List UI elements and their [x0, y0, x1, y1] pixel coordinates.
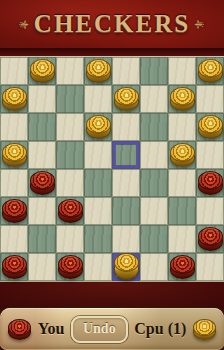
gold-piece[interactable]	[2, 143, 27, 167]
status-toolbar: You Undo Cpu (1)	[0, 308, 224, 350]
app-title: CHECKERS	[30, 10, 194, 38]
square-r7c2[interactable]	[56, 253, 84, 281]
square-r5c3	[84, 197, 112, 225]
square-r0c2	[56, 57, 84, 85]
board-lower-margin	[0, 282, 224, 308]
gold-king-piece[interactable]	[114, 253, 139, 280]
square-r2c2	[56, 113, 84, 141]
red-piece[interactable]	[170, 255, 195, 279]
red-piece[interactable]	[2, 255, 27, 279]
square-r6c7[interactable]	[196, 225, 224, 253]
gold-piece-face	[86, 115, 111, 134]
gold-piece[interactable]	[114, 87, 139, 111]
header-divider	[0, 48, 224, 56]
gold-checker-face	[193, 319, 216, 336]
player-label: You	[38, 320, 65, 338]
fleur-ornament-left-icon: ⚜	[17, 18, 32, 30]
gold-piece[interactable]	[198, 115, 223, 139]
fleur-ornament-right-icon: ⚜	[192, 18, 207, 30]
square-r7c1	[28, 253, 56, 281]
red-piece[interactable]	[198, 171, 223, 195]
square-r5c6[interactable]	[168, 197, 196, 225]
square-r7c3	[84, 253, 112, 281]
square-r0c7[interactable]	[196, 57, 224, 85]
red-piece[interactable]	[198, 227, 223, 251]
square-r3c1	[28, 141, 56, 169]
square-r6c6	[168, 225, 196, 253]
square-r1c0[interactable]	[0, 85, 28, 113]
gold-piece[interactable]	[170, 87, 195, 111]
square-r6c5[interactable]	[140, 225, 168, 253]
square-r1c2[interactable]	[56, 85, 84, 113]
red-piece[interactable]	[2, 199, 27, 223]
square-r3c3	[84, 141, 112, 169]
gold-piece[interactable]	[2, 87, 27, 111]
square-r7c4[interactable]	[112, 253, 140, 281]
red-piece[interactable]	[58, 199, 83, 223]
gold-piece-face	[30, 59, 55, 78]
red-checker-icon	[8, 319, 31, 340]
gold-piece[interactable]	[30, 59, 55, 83]
square-r4c6	[168, 169, 196, 197]
square-r4c5[interactable]	[140, 169, 168, 197]
square-r7c7	[196, 253, 224, 281]
square-r2c0	[0, 113, 28, 141]
gold-piece[interactable]	[86, 115, 111, 139]
gold-piece[interactable]	[170, 143, 195, 167]
app-window: ⚜ CHECKERS ⚜ You Undo Cpu (1)	[0, 0, 224, 350]
square-r1c4[interactable]	[112, 85, 140, 113]
square-r1c7	[196, 85, 224, 113]
gold-piece-face	[198, 115, 223, 134]
square-r1c1	[28, 85, 56, 113]
red-piece-face	[58, 199, 83, 218]
gold-piece-face	[114, 253, 139, 272]
square-r2c3[interactable]	[84, 113, 112, 141]
red-checker-face	[8, 319, 31, 336]
square-r1c3	[84, 85, 112, 113]
square-r3c2[interactable]	[56, 141, 84, 169]
square-r4c0	[0, 169, 28, 197]
square-r4c2	[56, 169, 84, 197]
square-r4c1[interactable]	[28, 169, 56, 197]
gold-piece-face	[2, 143, 27, 162]
gold-piece-face	[86, 59, 111, 78]
title-bar: ⚜ CHECKERS ⚜	[0, 0, 224, 48]
square-r7c6[interactable]	[168, 253, 196, 281]
square-r7c5	[140, 253, 168, 281]
square-r5c7	[196, 197, 224, 225]
square-r4c3[interactable]	[84, 169, 112, 197]
square-r5c4[interactable]	[112, 197, 140, 225]
square-r6c0	[0, 225, 28, 253]
square-r0c5[interactable]	[140, 57, 168, 85]
square-r4c7[interactable]	[196, 169, 224, 197]
square-r6c3[interactable]	[84, 225, 112, 253]
red-piece-face	[30, 171, 55, 190]
gold-piece-face	[198, 59, 223, 78]
red-piece-face	[198, 171, 223, 190]
square-r5c0[interactable]	[0, 197, 28, 225]
red-piece[interactable]	[30, 171, 55, 195]
square-r2c1[interactable]	[28, 113, 56, 141]
square-r2c4	[112, 113, 140, 141]
square-r5c2[interactable]	[56, 197, 84, 225]
square-r3c6[interactable]	[168, 141, 196, 169]
red-piece-face	[58, 255, 83, 274]
gold-checker-icon	[193, 319, 216, 340]
square-r5c1	[28, 197, 56, 225]
square-r1c6[interactable]	[168, 85, 196, 113]
undo-button[interactable]: Undo	[71, 316, 128, 343]
gold-piece-face	[2, 87, 27, 106]
square-r2c6	[168, 113, 196, 141]
square-r4c4	[112, 169, 140, 197]
square-r3c4[interactable]	[112, 141, 140, 169]
gold-piece-face	[170, 143, 195, 162]
square-r2c7[interactable]	[196, 113, 224, 141]
square-r3c7	[196, 141, 224, 169]
red-piece-face	[2, 255, 27, 274]
square-r0c4	[112, 57, 140, 85]
square-r7c0[interactable]	[0, 253, 28, 281]
square-r0c6	[168, 57, 196, 85]
square-r0c1[interactable]	[28, 57, 56, 85]
board	[0, 56, 224, 282]
gold-piece[interactable]	[86, 59, 111, 83]
square-r0c3[interactable]	[84, 57, 112, 85]
square-r3c0[interactable]	[0, 141, 28, 169]
square-r2c5[interactable]	[140, 113, 168, 141]
square-r6c1[interactable]	[28, 225, 56, 253]
gold-piece-face	[170, 87, 195, 106]
square-r1c5	[140, 85, 168, 113]
square-r0c0	[0, 57, 28, 85]
square-r3c5	[140, 141, 168, 169]
red-piece[interactable]	[58, 255, 83, 279]
red-piece-face	[2, 199, 27, 218]
square-r6c2	[56, 225, 84, 253]
square-r6c4	[112, 225, 140, 253]
red-piece-face	[170, 255, 195, 274]
gold-piece-face	[114, 87, 139, 106]
red-piece-face	[198, 227, 223, 246]
square-r5c5	[140, 197, 168, 225]
gold-piece[interactable]	[198, 59, 223, 83]
cpu-label: Cpu (1)	[134, 320, 186, 338]
